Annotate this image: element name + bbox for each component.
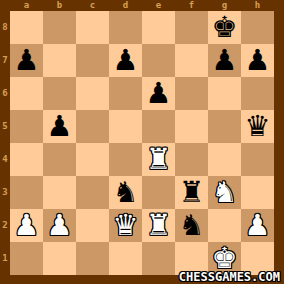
square-e7[interactable] xyxy=(142,44,175,77)
square-g4[interactable] xyxy=(208,143,241,176)
piece-white-pawn: ♟ xyxy=(10,209,43,242)
square-f6[interactable] xyxy=(175,77,208,110)
square-d2[interactable]: ♛ xyxy=(109,209,142,242)
square-g3[interactable]: ♞ xyxy=(208,176,241,209)
file-label-d: d xyxy=(109,0,142,11)
square-d1[interactable] xyxy=(109,242,142,275)
file-label-e: e xyxy=(142,0,175,11)
site-watermark: CHESSGAMES.COM xyxy=(179,270,280,284)
square-h4[interactable] xyxy=(241,143,274,176)
square-b4[interactable] xyxy=(43,143,76,176)
rank-label-1: 1 xyxy=(0,242,10,275)
square-f5[interactable] xyxy=(175,110,208,143)
square-b8[interactable] xyxy=(43,11,76,44)
square-a2[interactable]: ♟ xyxy=(10,209,43,242)
rank-label-7: 7 xyxy=(0,44,10,77)
square-c3[interactable] xyxy=(76,176,109,209)
square-h7[interactable]: ♟ xyxy=(241,44,274,77)
square-a8[interactable] xyxy=(10,11,43,44)
square-h8[interactable] xyxy=(241,11,274,44)
square-e6[interactable]: ♟ xyxy=(142,77,175,110)
square-e3[interactable] xyxy=(142,176,175,209)
square-a1[interactable] xyxy=(10,242,43,275)
square-h6[interactable] xyxy=(241,77,274,110)
file-label-b: b xyxy=(43,0,76,11)
piece-black-queen: ♛ xyxy=(241,110,274,143)
square-d7[interactable]: ♟ xyxy=(109,44,142,77)
square-b6[interactable] xyxy=(43,77,76,110)
piece-black-king: ♚ xyxy=(208,11,241,44)
rank-labels: 87654321 xyxy=(0,11,10,275)
piece-white-rook: ♜ xyxy=(142,209,175,242)
square-d3[interactable]: ♞ xyxy=(109,176,142,209)
square-b1[interactable] xyxy=(43,242,76,275)
piece-white-knight: ♞ xyxy=(208,176,241,209)
square-b3[interactable] xyxy=(43,176,76,209)
square-c4[interactable] xyxy=(76,143,109,176)
file-label-c: c xyxy=(76,0,109,11)
square-c7[interactable] xyxy=(76,44,109,77)
rank-label-3: 3 xyxy=(0,176,10,209)
square-a5[interactable] xyxy=(10,110,43,143)
square-f4[interactable] xyxy=(175,143,208,176)
square-d8[interactable] xyxy=(109,11,142,44)
piece-white-rook: ♜ xyxy=(142,143,175,176)
rank-label-8: 8 xyxy=(0,11,10,44)
file-label-f: f xyxy=(175,0,208,11)
square-b2[interactable]: ♟ xyxy=(43,209,76,242)
square-e4[interactable]: ♜ xyxy=(142,143,175,176)
square-c8[interactable] xyxy=(76,11,109,44)
square-g5[interactable] xyxy=(208,110,241,143)
piece-black-pawn: ♟ xyxy=(43,110,76,143)
square-c6[interactable] xyxy=(76,77,109,110)
square-a7[interactable]: ♟ xyxy=(10,44,43,77)
square-a4[interactable] xyxy=(10,143,43,176)
piece-white-queen: ♛ xyxy=(109,209,142,242)
file-label-h: h xyxy=(241,0,274,11)
file-label-a: a xyxy=(10,0,43,11)
piece-black-pawn: ♟ xyxy=(241,44,274,77)
square-h2[interactable]: ♟ xyxy=(241,209,274,242)
square-e1[interactable] xyxy=(142,242,175,275)
piece-black-pawn: ♟ xyxy=(10,44,43,77)
square-c5[interactable] xyxy=(76,110,109,143)
piece-white-pawn: ♟ xyxy=(241,209,274,242)
square-b5[interactable]: ♟ xyxy=(43,110,76,143)
square-f8[interactable] xyxy=(175,11,208,44)
rank-label-4: 4 xyxy=(0,143,10,176)
square-e5[interactable] xyxy=(142,110,175,143)
piece-black-pawn: ♟ xyxy=(208,44,241,77)
piece-black-pawn: ♟ xyxy=(109,44,142,77)
square-h3[interactable] xyxy=(241,176,274,209)
square-c1[interactable] xyxy=(76,242,109,275)
chess-diagram: abcdefgh 87654321 ♚♟♟♟♟♟♟♛♜♞♜♞♟♟♛♜♞♟♚ CH… xyxy=(0,0,284,284)
chess-board: ♚♟♟♟♟♟♟♛♜♞♜♞♟♟♛♜♞♟♚ xyxy=(10,11,274,275)
square-d6[interactable] xyxy=(109,77,142,110)
rank-label-2: 2 xyxy=(0,209,10,242)
square-h5[interactable]: ♛ xyxy=(241,110,274,143)
rank-label-5: 5 xyxy=(0,110,10,143)
square-c2[interactable] xyxy=(76,209,109,242)
square-f7[interactable] xyxy=(175,44,208,77)
square-e2[interactable]: ♜ xyxy=(142,209,175,242)
square-g2[interactable] xyxy=(208,209,241,242)
piece-black-knight: ♞ xyxy=(175,209,208,242)
square-f2[interactable]: ♞ xyxy=(175,209,208,242)
square-g8[interactable]: ♚ xyxy=(208,11,241,44)
square-e8[interactable] xyxy=(142,11,175,44)
square-f3[interactable]: ♜ xyxy=(175,176,208,209)
rank-label-6: 6 xyxy=(0,77,10,110)
piece-black-rook: ♜ xyxy=(175,176,208,209)
square-g6[interactable] xyxy=(208,77,241,110)
square-a6[interactable] xyxy=(10,77,43,110)
square-d4[interactable] xyxy=(109,143,142,176)
piece-white-pawn: ♟ xyxy=(43,209,76,242)
square-g7[interactable]: ♟ xyxy=(208,44,241,77)
piece-black-pawn: ♟ xyxy=(142,77,175,110)
square-a3[interactable] xyxy=(10,176,43,209)
piece-black-knight: ♞ xyxy=(109,176,142,209)
square-d5[interactable] xyxy=(109,110,142,143)
square-b7[interactable] xyxy=(43,44,76,77)
